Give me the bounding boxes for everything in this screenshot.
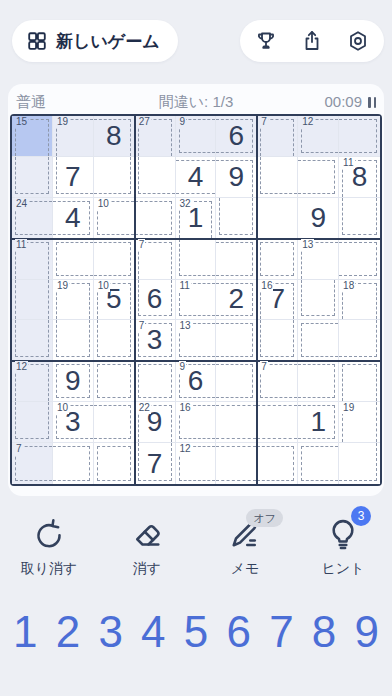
cell-r3c5[interactable]: 132: [176, 198, 217, 239]
cell-r5c2[interactable]: 19: [53, 280, 94, 321]
cage-sum-label: 12: [15, 361, 28, 373]
cage-sum-label: 19: [342, 402, 355, 414]
numpad-1[interactable]: 1: [13, 597, 37, 667]
hint-count-badge: 3: [351, 506, 371, 526]
cage-outline: [179, 446, 216, 481]
number-pad: 123456789: [0, 597, 392, 667]
lightbulb-icon: 3: [323, 512, 363, 556]
cage-sum-label: 12: [179, 443, 192, 455]
cage-outline: [216, 446, 256, 481]
cage-sum-label: 16: [179, 402, 192, 414]
cell-r9c5[interactable]: 12: [176, 443, 217, 484]
cell-r7c6[interactable]: [216, 361, 257, 402]
cell-value: 8: [339, 157, 380, 197]
cell-r3c6[interactable]: [216, 198, 257, 239]
cell-r6c3[interactable]: [94, 320, 135, 361]
cell-r3c3[interactable]: 10: [94, 198, 135, 239]
cage-outline: [342, 283, 377, 320]
cell-r7c9[interactable]: [339, 361, 380, 402]
hint-button[interactable]: 3 ヒント: [294, 504, 392, 594]
cage-sum-label: 7: [260, 116, 268, 128]
cage-sum-label: 15: [15, 116, 28, 128]
cell-r7c1[interactable]: 12: [12, 361, 53, 402]
eraser-icon: [127, 512, 167, 556]
cage-outline: [97, 364, 131, 398]
cell-r4c4[interactable]: 7: [135, 239, 176, 280]
cell-r5c3[interactable]: 510: [94, 280, 135, 321]
cage-outline: [97, 320, 131, 357]
cell-r2c2[interactable]: 7: [53, 157, 94, 198]
cell-r3c4[interactable]: [135, 198, 176, 239]
cage-outline: [298, 160, 335, 194]
cage-outline: [339, 242, 377, 276]
cell-r1c9[interactable]: [339, 116, 380, 157]
cell-r4c2[interactable]: [53, 239, 94, 280]
numpad-3[interactable]: 3: [98, 597, 122, 667]
cell-r6c8[interactable]: [298, 320, 339, 361]
cell-r1c8[interactable]: 12: [298, 116, 339, 157]
numpad-4[interactable]: 4: [141, 597, 165, 667]
cell-r6c4[interactable]: 37: [135, 320, 176, 361]
cell-r5c8[interactable]: [298, 280, 339, 321]
cell-value: 9: [216, 157, 256, 197]
cage-outline: [260, 242, 294, 276]
cage-outline: [301, 242, 338, 279]
cage-outline: [179, 239, 216, 276]
cage-sum-label: 7: [260, 361, 268, 373]
cell-r1c5[interactable]: 9: [176, 116, 217, 157]
board-card: 普通 間違い: 1/3 00:09 1519827967127498112441…: [8, 84, 384, 496]
numpad-5[interactable]: 5: [184, 597, 208, 667]
cage-sum-label: 10: [97, 198, 110, 210]
cage-sum-label: 13: [179, 320, 192, 332]
cage-sum-label: 18: [342, 280, 355, 292]
cell-r8c4[interactable]: 922: [135, 402, 176, 443]
cell-r8c5[interactable]: 16: [176, 402, 217, 443]
cage-sum-label: 7: [15, 443, 23, 455]
cell-r2c4[interactable]: [135, 157, 176, 198]
cage-outline: [138, 119, 172, 156]
cage-outline: [257, 405, 297, 439]
cell-value: 2: [216, 280, 256, 320]
cell-r3c8[interactable]: 9: [298, 198, 339, 239]
cell-value: 3: [135, 320, 175, 360]
cell-value: 6: [135, 280, 175, 320]
cage-outline: [94, 242, 131, 276]
cell-r4c1[interactable]: 11: [12, 239, 53, 280]
cage-outline: [56, 242, 93, 276]
cell-r8c9[interactable]: 19: [339, 402, 380, 443]
share-button[interactable]: [300, 29, 324, 53]
cage-outline: [15, 119, 49, 156]
cell-r3c1[interactable]: 24: [12, 198, 53, 239]
cell-value: 1: [298, 402, 338, 442]
cell-value: 5: [94, 280, 134, 320]
cell-r9c2[interactable]: [53, 443, 94, 484]
cell-r8c3[interactable]: [94, 402, 135, 443]
cell-r4c3[interactable]: [94, 239, 135, 280]
cage-outline: [135, 201, 172, 235]
cage-outline: [179, 283, 216, 317]
cell-value: 4: [176, 157, 216, 197]
cell-value: 6: [176, 361, 216, 401]
cage-sum-label: 19: [56, 116, 69, 128]
cage-outline: [94, 405, 131, 439]
cell-r7c8[interactable]: [298, 361, 339, 402]
cell-value: 4: [53, 198, 93, 238]
cage-outline: [216, 405, 256, 439]
cage-outline: [342, 364, 377, 401]
cell-r8c2[interactable]: 310: [53, 402, 94, 443]
cage-outline: [179, 119, 216, 153]
cell-r8c1[interactable]: [12, 402, 53, 443]
cage-sum-label: 9: [179, 116, 187, 128]
cell-r2c8[interactable]: [298, 157, 339, 198]
cell-r5c6[interactable]: 2: [216, 280, 257, 321]
cell-value: 7: [135, 443, 175, 484]
cell-r7c2[interactable]: 9: [53, 361, 94, 402]
cell-r9c7[interactable]: [257, 443, 298, 484]
cell-r7c5[interactable]: 69: [176, 361, 217, 402]
cell-r9c1[interactable]: 7: [12, 443, 53, 484]
cell-r6c2[interactable]: [53, 320, 94, 361]
cage-outline: [298, 364, 335, 398]
cell-r6c7[interactable]: [257, 320, 298, 361]
cell-r4c8[interactable]: 13: [298, 239, 339, 280]
cell-r6c6[interactable]: [216, 320, 257, 361]
cell-r2c9[interactable]: 811: [339, 157, 380, 198]
cell-value: 3: [53, 402, 93, 442]
cage-outline: [53, 446, 90, 481]
numpad-8[interactable]: 8: [312, 597, 336, 667]
cage-outline: [15, 157, 49, 194]
cage-sum-label: 12: [301, 116, 314, 128]
cell-r7c7[interactable]: 7: [257, 361, 298, 402]
cage-sum-label: 7: [138, 239, 146, 251]
cage-outline: [138, 242, 172, 279]
cell-r1c1[interactable]: 15: [12, 116, 53, 157]
cell-value: 6: [216, 116, 256, 156]
cell-value: 9: [135, 402, 175, 442]
cage-outline: [15, 320, 49, 357]
numpad-6[interactable]: 6: [226, 597, 250, 667]
numpad-2[interactable]: 2: [56, 597, 80, 667]
cell-value: 7: [257, 280, 297, 320]
cell-r1c3[interactable]: 8: [94, 116, 135, 157]
cell-value: 1: [176, 198, 216, 238]
cell-r9c6[interactable]: [216, 443, 257, 484]
timer: 00:09: [324, 93, 362, 110]
cage-sum-label: 27: [138, 116, 151, 128]
cage-outline: [260, 320, 294, 357]
cell-r6c9[interactable]: [339, 320, 380, 361]
trophy-button[interactable]: [254, 29, 278, 53]
undo-icon: [29, 512, 69, 556]
cage-outline: [260, 364, 297, 398]
cage-outline: [301, 446, 338, 481]
cell-r1c6[interactable]: 6: [216, 116, 257, 157]
cell-value: 7: [53, 157, 93, 197]
cage-outline: [260, 157, 297, 194]
cage-outline: [15, 201, 52, 235]
cage-outline: [216, 323, 253, 357]
cage-outline: [56, 283, 90, 320]
cell-r4c7[interactable]: [257, 239, 298, 280]
cell-r9c4[interactable]: 7: [135, 443, 176, 484]
cage-outline: [219, 198, 253, 235]
cage-outline: [179, 323, 216, 357]
cell-r1c4[interactable]: 27: [135, 116, 176, 157]
cage-outline: [260, 119, 294, 156]
new-game-grid-icon: [26, 30, 48, 52]
cage-outline: [301, 119, 338, 153]
cage-outline: [94, 157, 131, 194]
cell-r7c3[interactable]: [94, 361, 135, 402]
cage-outline: [97, 446, 131, 481]
erase-button[interactable]: 消す: [98, 504, 196, 594]
cage-outline: [179, 405, 216, 439]
cell-r2c1[interactable]: [12, 157, 53, 198]
cell-r8c8[interactable]: 1: [298, 402, 339, 443]
new-game-button[interactable]: 新しいゲーム: [12, 20, 178, 62]
status-row: 普通 間違い: 1/3 00:09: [8, 91, 384, 111]
cell-r5c5[interactable]: 11: [176, 280, 217, 321]
cage-outline: [15, 364, 49, 401]
cage-outline: [257, 446, 294, 481]
cell-r6c1[interactable]: [12, 320, 53, 361]
cage-outline: [339, 320, 377, 357]
cell-r3c2[interactable]: 4: [53, 198, 94, 239]
cell-r1c2[interactable]: 19: [53, 116, 94, 157]
undo-button[interactable]: 取り消す: [0, 504, 98, 594]
cage-outline: [301, 280, 335, 317]
cell-value: 8: [94, 116, 134, 156]
cage-outline: [15, 446, 52, 481]
cage-outline: [301, 323, 338, 357]
pencil-icon: オフ: [225, 512, 265, 556]
cage-outline: [15, 402, 49, 439]
cage-sum-label: 11: [179, 280, 191, 292]
cell-r4c5[interactable]: [176, 239, 217, 280]
cell-r4c9[interactable]: [339, 239, 380, 280]
cell-r5c9[interactable]: 18: [339, 280, 380, 321]
cell-r4c6[interactable]: [216, 239, 257, 280]
cell-r7c4[interactable]: [135, 361, 176, 402]
memo-button[interactable]: オフ メモ: [196, 504, 294, 594]
cell-r5c7[interactable]: 716: [257, 280, 298, 321]
cell-r3c7[interactable]: [257, 198, 298, 239]
cell-r6c5[interactable]: 13: [176, 320, 217, 361]
cell-value: 9: [53, 361, 93, 401]
cell-r9c8[interactable]: [298, 443, 339, 484]
cage-sum-label: 19: [56, 280, 69, 292]
cage-sum-label: 13: [301, 239, 314, 251]
new-game-label: 新しいゲーム: [56, 30, 160, 53]
cell-r9c3[interactable]: [94, 443, 135, 484]
killer-sudoku-app: 新しいゲーム 普通 間違い: 1/3: [0, 0, 392, 696]
cage-outline: [216, 364, 253, 398]
cell-r8c7[interactable]: [257, 402, 298, 443]
sudoku-grid: 1519827967127498112441013291171319510611…: [10, 114, 382, 486]
cage-outline: [339, 119, 377, 153]
cage-outline: [342, 198, 377, 235]
numpad-9[interactable]: 9: [355, 597, 379, 667]
cage-outline: [216, 242, 253, 276]
cage-sum-label: 24: [15, 198, 28, 210]
cage-outline: [15, 280, 49, 320]
cage-outline: [56, 119, 93, 156]
cage-outline: [97, 201, 134, 235]
header-icon-group: [240, 20, 384, 62]
cell-r2c3[interactable]: [94, 157, 135, 198]
memo-off-badge: オフ: [246, 509, 283, 527]
settings-button[interactable]: [346, 29, 370, 53]
cage-outline: [339, 443, 377, 481]
cage-outline: [138, 364, 172, 398]
cage-sum-label: 11: [15, 239, 27, 251]
toolbar: 取り消す 消す オフ メモ: [0, 504, 392, 594]
cell-r5c1[interactable]: [12, 280, 53, 321]
cell-r2c6[interactable]: 9: [216, 157, 257, 198]
cage-outline: [138, 157, 175, 194]
cell-r8c6[interactable]: [216, 402, 257, 443]
cell-value: 9: [298, 198, 338, 238]
cage-outline: [15, 242, 49, 279]
cell-r2c7[interactable]: [257, 157, 298, 198]
cell-r1c7[interactable]: 7: [257, 116, 298, 157]
cell-r9c9[interactable]: [339, 443, 380, 484]
cell-r3c9[interactable]: [339, 198, 380, 239]
cell-r5c4[interactable]: 6: [135, 280, 176, 321]
cage-outline: [56, 320, 90, 357]
cage-outline: [342, 402, 377, 442]
numpad-7[interactable]: 7: [269, 597, 293, 667]
cell-r2c5[interactable]: 4: [176, 157, 217, 198]
pause-button[interactable]: [368, 96, 376, 108]
